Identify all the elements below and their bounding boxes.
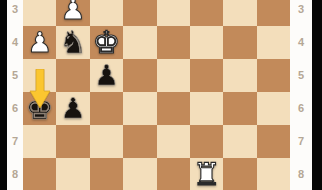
rank-labels-left: 345678: [7, 0, 23, 190]
square-e5[interactable]: [123, 59, 156, 92]
square-b5[interactable]: [223, 59, 256, 92]
rank-labels-right: 345678: [290, 0, 312, 190]
square-g8[interactable]: [56, 158, 89, 190]
rank-label-left-4: 4: [7, 26, 23, 59]
piece-black-knight[interactable]: ♞: [56, 26, 89, 59]
square-b3[interactable]: [223, 0, 256, 26]
square-a6[interactable]: [257, 92, 290, 125]
square-a4[interactable]: [257, 26, 290, 59]
square-c8[interactable]: ♜: [190, 158, 223, 190]
square-f4[interactable]: ♚: [90, 26, 123, 59]
square-c3[interactable]: [190, 0, 223, 26]
move-arrow-shape: [30, 69, 50, 108]
rank-label-right-3: 3: [290, 0, 312, 26]
square-d8[interactable]: [157, 158, 190, 190]
square-a8[interactable]: [257, 158, 290, 190]
square-a5[interactable]: [257, 59, 290, 92]
square-b4[interactable]: [223, 26, 256, 59]
chess-board: ♟♟♞♚♟♚♟♜: [23, 0, 290, 190]
chess-board-screenshot: 345678 ♟♟♞♚♟♚♟♜ 345678: [0, 0, 322, 190]
square-f3[interactable]: [90, 0, 123, 26]
rank-label-left-7: 7: [7, 125, 23, 158]
rank-label-right-8: 8: [290, 158, 312, 190]
square-f6[interactable]: [90, 92, 123, 125]
square-e3[interactable]: [123, 0, 156, 26]
square-g5[interactable]: [56, 59, 89, 92]
piece-white-rook[interactable]: ♜: [190, 158, 223, 190]
square-b7[interactable]: [223, 125, 256, 158]
square-h4[interactable]: ♟: [23, 26, 56, 59]
move-arrow-icon: [29, 69, 51, 108]
square-h3[interactable]: [23, 0, 56, 26]
square-g4[interactable]: ♞: [56, 26, 89, 59]
rank-label-left-6: 6: [7, 92, 23, 125]
square-e4[interactable]: [123, 26, 156, 59]
square-d7[interactable]: [157, 125, 190, 158]
square-e6[interactable]: [123, 92, 156, 125]
piece-black-pawn[interactable]: ♟: [90, 59, 123, 92]
square-a3[interactable]: [257, 0, 290, 26]
square-b8[interactable]: [223, 158, 256, 190]
piece-white-pawn[interactable]: ♟: [23, 26, 56, 59]
square-f7[interactable]: [90, 125, 123, 158]
square-h8[interactable]: [23, 158, 56, 190]
square-c6[interactable]: [190, 92, 223, 125]
board-frame-right: [312, 0, 322, 190]
square-f5[interactable]: ♟: [90, 59, 123, 92]
square-d5[interactable]: [157, 59, 190, 92]
rank-label-left-8: 8: [7, 158, 23, 190]
square-c7[interactable]: [190, 125, 223, 158]
piece-white-pawn[interactable]: ♟: [56, 0, 89, 26]
square-d4[interactable]: [157, 26, 190, 59]
square-d3[interactable]: [157, 0, 190, 26]
rank-label-right-5: 5: [290, 59, 312, 92]
rank-label-left-3: 3: [7, 0, 23, 26]
square-g7[interactable]: [56, 125, 89, 158]
square-d6[interactable]: [157, 92, 190, 125]
square-c4[interactable]: [190, 26, 223, 59]
piece-white-king[interactable]: ♚: [90, 26, 123, 59]
square-c5[interactable]: [190, 59, 223, 92]
rank-label-right-4: 4: [290, 26, 312, 59]
square-a7[interactable]: [257, 125, 290, 158]
piece-black-pawn[interactable]: ♟: [56, 92, 89, 125]
square-g6[interactable]: ♟: [56, 92, 89, 125]
square-h7[interactable]: [23, 125, 56, 158]
rank-label-right-7: 7: [290, 125, 312, 158]
rank-label-right-6: 6: [290, 92, 312, 125]
square-g3[interactable]: ♟: [56, 0, 89, 26]
square-b6[interactable]: [223, 92, 256, 125]
square-f8[interactable]: [90, 158, 123, 190]
board-frame-left: [0, 0, 7, 190]
square-e7[interactable]: [123, 125, 156, 158]
board-viewport: ♟♟♞♚♟♚♟♜: [23, 0, 290, 190]
rank-label-left-5: 5: [7, 59, 23, 92]
square-e8[interactable]: [123, 158, 156, 190]
